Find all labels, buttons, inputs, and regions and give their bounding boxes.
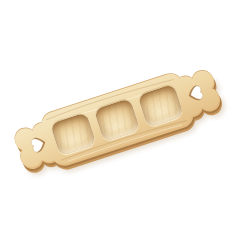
product-photo-scene: [0, 0, 230, 230]
